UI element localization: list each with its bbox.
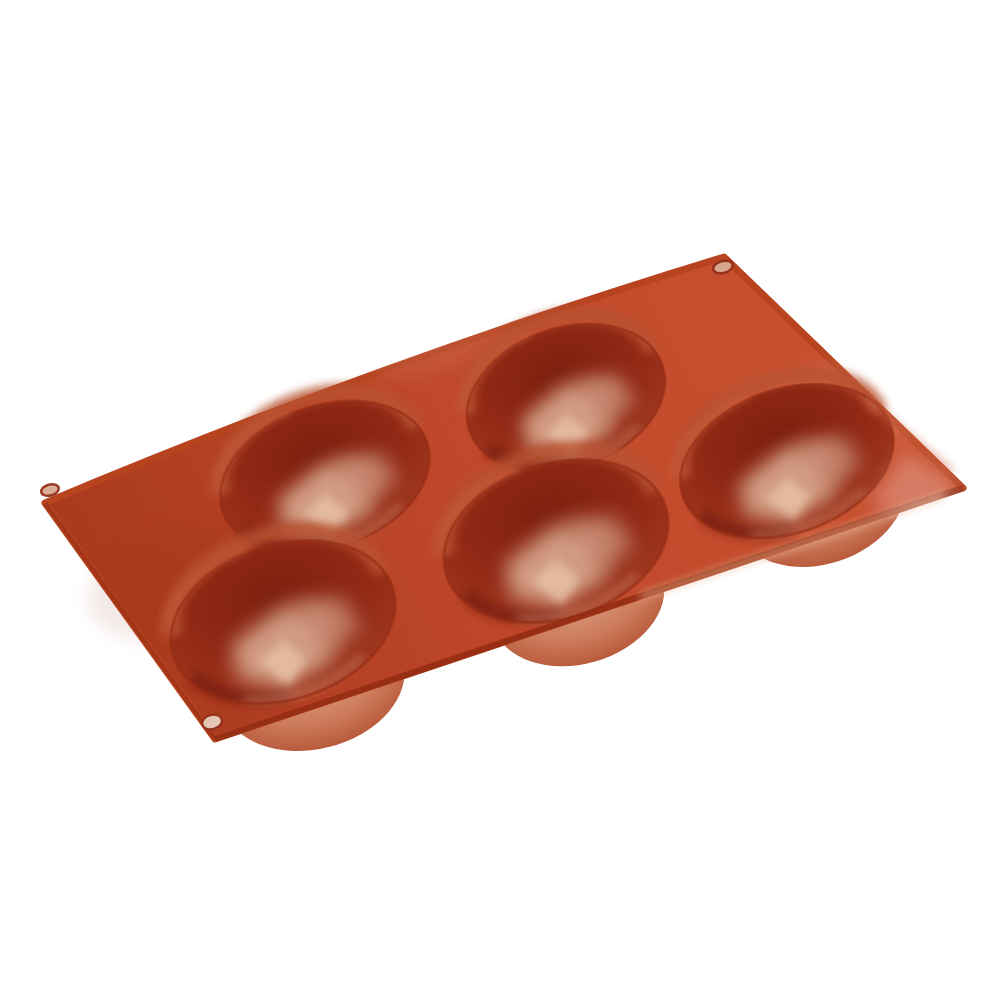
product-photo: [0, 0, 1000, 1000]
mould-illustration: [0, 0, 1000, 1000]
